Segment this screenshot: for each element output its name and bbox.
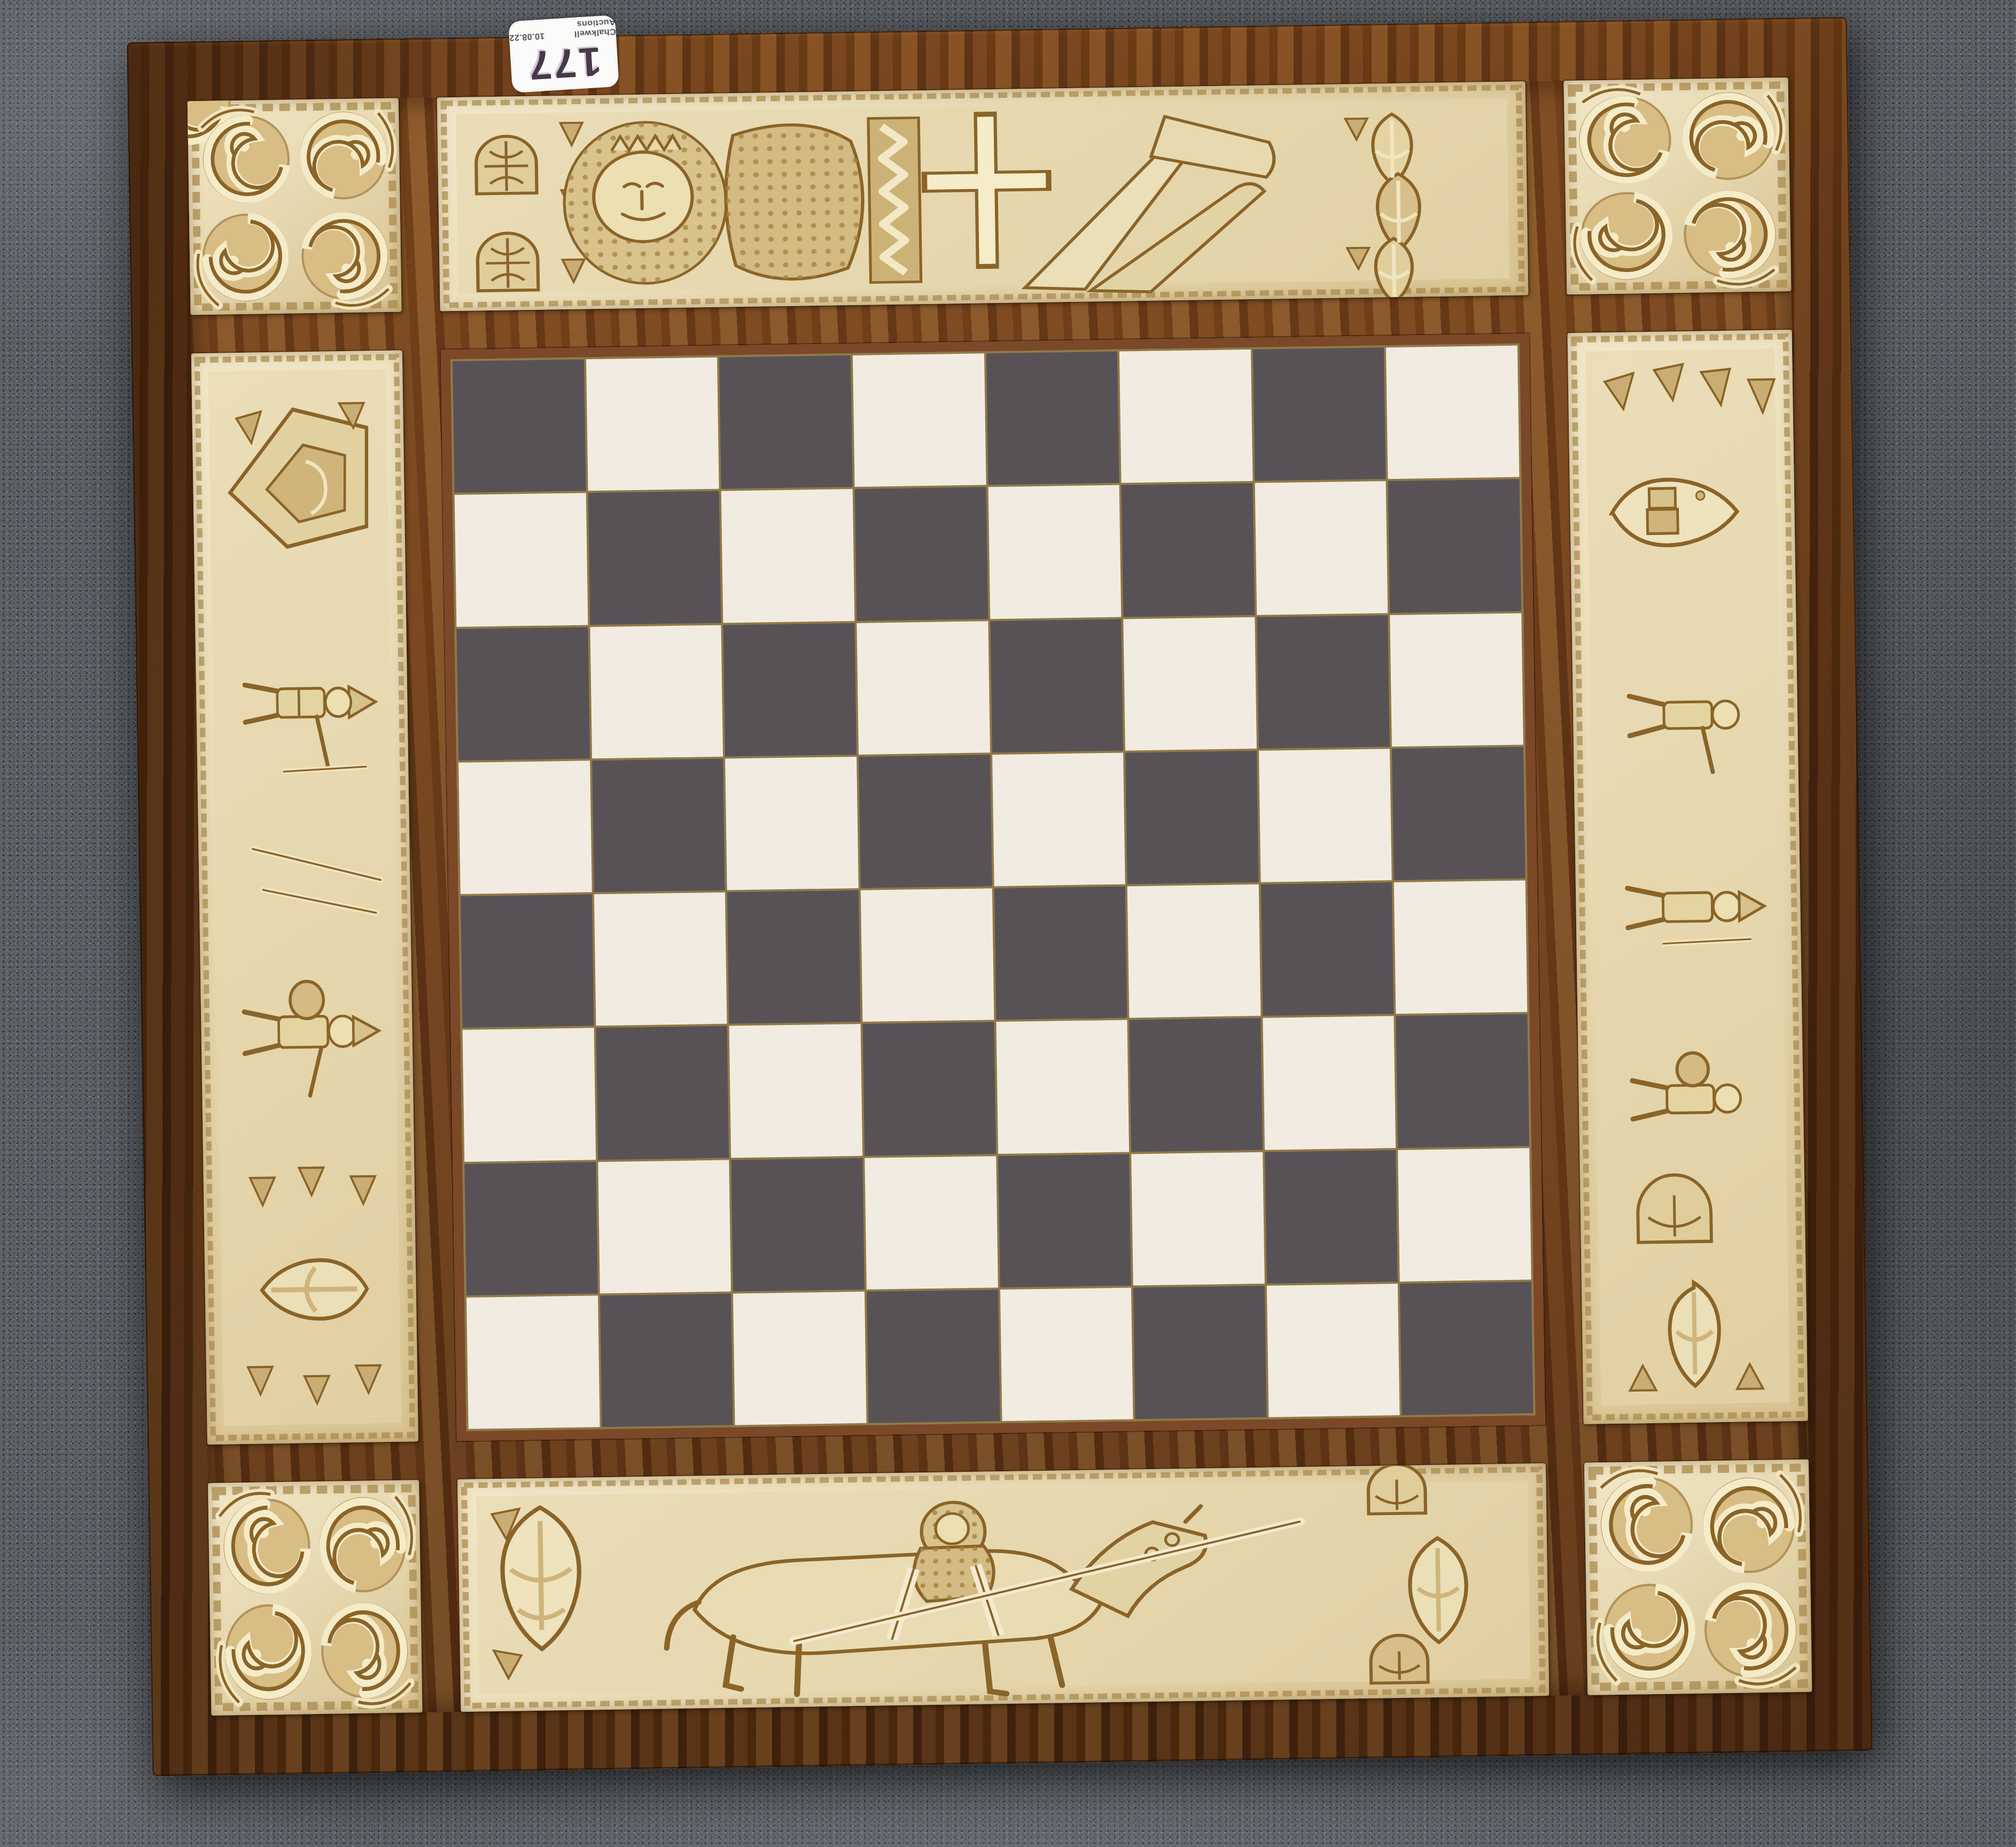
square-h2[interactable] <box>1398 1148 1531 1282</box>
square-h7[interactable] <box>1388 479 1521 613</box>
square-d8[interactable] <box>853 353 986 487</box>
photo-stage: 177 Chalkwell Auctions 10.08.22 <box>0 0 2016 1847</box>
square-e2[interactable] <box>998 1154 1131 1287</box>
knights-carving-icon <box>191 350 418 1445</box>
auction-label: Chalkwell Auctions 10.08.22 <box>508 18 616 43</box>
square-h5[interactable] <box>1392 747 1525 880</box>
square-d6[interactable] <box>857 621 990 755</box>
frame-lattice <box>188 77 1812 1716</box>
scrollwork-carving-icon <box>208 1480 422 1716</box>
scrollwork-carving-icon <box>1563 77 1791 294</box>
scrollwork-carving-icon <box>188 98 402 315</box>
square-c4[interactable] <box>727 890 860 1024</box>
square-b4[interactable] <box>594 893 727 1026</box>
square-d1[interactable] <box>867 1290 1000 1423</box>
chessboard-frame <box>441 333 1545 1441</box>
lot-number: 177 <box>526 38 603 89</box>
square-g1[interactable] <box>1267 1284 1400 1417</box>
square-a4[interactable] <box>461 894 594 1028</box>
square-f6[interactable] <box>1123 617 1256 750</box>
carved-top-panel <box>437 81 1529 311</box>
square-d3[interactable] <box>862 1022 995 1155</box>
square-h3[interactable] <box>1396 1014 1529 1148</box>
chess-board <box>127 17 1873 1776</box>
auction-house: Chalkwell Auctions <box>551 18 617 41</box>
square-e5[interactable] <box>992 752 1125 886</box>
square-g8[interactable] <box>1253 347 1386 481</box>
square-g2[interactable] <box>1265 1150 1398 1284</box>
square-g5[interactable] <box>1259 749 1392 882</box>
square-e6[interactable] <box>990 619 1123 752</box>
lot-sticker: 177 Chalkwell Auctions 10.08.22 <box>508 15 619 93</box>
carved-corner-panel-bottom-left <box>208 1480 422 1716</box>
square-c5[interactable] <box>725 757 858 890</box>
king-carving-icon <box>437 81 1529 311</box>
square-e8[interactable] <box>986 352 1119 485</box>
carved-corner-panel-top-right <box>1563 77 1791 294</box>
square-d2[interactable] <box>865 1156 998 1290</box>
square-a5[interactable] <box>458 760 591 894</box>
square-d7[interactable] <box>855 487 988 621</box>
square-h1[interactable] <box>1400 1282 1533 1415</box>
square-a6[interactable] <box>456 627 589 760</box>
square-f5[interactable] <box>1125 751 1258 884</box>
square-f2[interactable] <box>1131 1152 1264 1285</box>
square-b6[interactable] <box>590 625 723 758</box>
square-a1[interactable] <box>466 1295 600 1429</box>
square-b7[interactable] <box>588 491 721 625</box>
chessboard-grid[interactable] <box>450 343 1536 1431</box>
square-a3[interactable] <box>463 1028 596 1162</box>
square-b5[interactable] <box>592 758 725 892</box>
square-g4[interactable] <box>1260 882 1394 1016</box>
carved-corner-panel-bottom-right <box>1584 1460 1812 1695</box>
square-a7[interactable] <box>455 493 588 627</box>
square-c1[interactable] <box>733 1292 866 1425</box>
square-d4[interactable] <box>861 888 994 1022</box>
square-f4[interactable] <box>1127 884 1260 1018</box>
horseman-carving-icon <box>457 1463 1549 1712</box>
square-f1[interactable] <box>1133 1285 1266 1419</box>
square-c6[interactable] <box>723 623 857 756</box>
square-g3[interactable] <box>1263 1016 1396 1150</box>
square-d5[interactable] <box>859 755 992 888</box>
square-b8[interactable] <box>586 358 719 491</box>
square-h4[interactable] <box>1394 880 1527 1014</box>
square-c2[interactable] <box>731 1158 865 1291</box>
square-c7[interactable] <box>721 489 854 623</box>
square-b2[interactable] <box>598 1160 731 1293</box>
square-b1[interactable] <box>600 1293 733 1427</box>
carved-right-panel <box>1567 330 1808 1424</box>
square-c3[interactable] <box>729 1024 862 1158</box>
carved-left-panel <box>191 350 418 1445</box>
square-f7[interactable] <box>1122 483 1255 617</box>
square-c8[interactable] <box>719 355 852 489</box>
square-f3[interactable] <box>1130 1018 1263 1152</box>
carved-bottom-panel <box>457 1463 1549 1712</box>
square-e7[interactable] <box>988 485 1121 619</box>
carved-corner-panel-top-left <box>188 98 402 315</box>
square-e1[interactable] <box>1000 1287 1133 1421</box>
auction-date: 10.08.22 <box>508 22 544 43</box>
square-h6[interactable] <box>1390 613 1523 747</box>
square-g6[interactable] <box>1257 615 1390 749</box>
square-h8[interactable] <box>1386 346 1519 479</box>
square-e3[interactable] <box>996 1020 1129 1154</box>
square-g7[interactable] <box>1255 481 1388 615</box>
square-f8[interactable] <box>1119 350 1252 483</box>
scrollwork-carving-icon <box>1584 1460 1812 1695</box>
knights-carving-icon <box>1567 330 1808 1424</box>
square-a8[interactable] <box>453 359 586 493</box>
square-b3[interactable] <box>596 1026 729 1160</box>
square-a2[interactable] <box>464 1162 597 1295</box>
square-e4[interactable] <box>994 887 1127 1020</box>
